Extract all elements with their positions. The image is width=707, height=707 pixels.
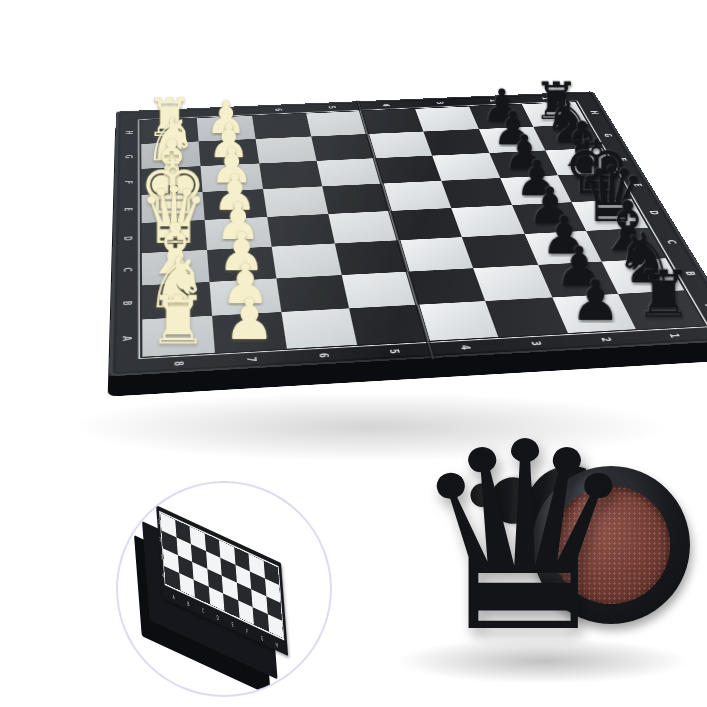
square-c4 [399, 237, 473, 271]
square-g6 [255, 136, 317, 163]
square-d4 [390, 208, 462, 240]
product-photo: 87654321 87654321 HGFEDCBA HGFEDCBA ♜♞♝♛… [0, 0, 707, 707]
folded-board-inset: 1234 ABCDEFGH [116, 481, 332, 697]
square-c5 [335, 240, 408, 275]
coord-label: 7 [210, 101, 237, 124]
square-e6 [263, 186, 329, 217]
square-e5 [322, 184, 390, 214]
file-labels-left: HGFEDCBA [109, 121, 142, 359]
coord-label: H [564, 106, 624, 118]
square-g5 [311, 134, 374, 161]
square-c6 [271, 243, 342, 278]
square-e4 [382, 181, 451, 211]
square-d5 [329, 211, 399, 243]
square-f3 [432, 153, 500, 181]
square-b5 [342, 271, 417, 308]
square-f4 [375, 155, 442, 183]
square-f6 [259, 161, 323, 190]
square-a4 [417, 301, 497, 341]
black-queen-closeup: ♛ [408, 408, 641, 668]
pieces-closeup: ♟ ♛ [390, 400, 702, 700]
chess-board: 87654321 87654321 HGFEDCBA HGFEDCBA ♜♞♝♛… [109, 91, 707, 376]
coord-label: 8 [156, 103, 182, 126]
coord-label: 5 [318, 96, 348, 119]
square-a6 [281, 308, 358, 348]
square-b4 [408, 268, 485, 305]
square-f5 [317, 158, 382, 186]
square-g4 [367, 131, 431, 158]
coord-label: 6 [264, 98, 293, 121]
square-g3 [423, 129, 489, 155]
square-d6 [267, 214, 335, 247]
square-b6 [276, 275, 350, 312]
